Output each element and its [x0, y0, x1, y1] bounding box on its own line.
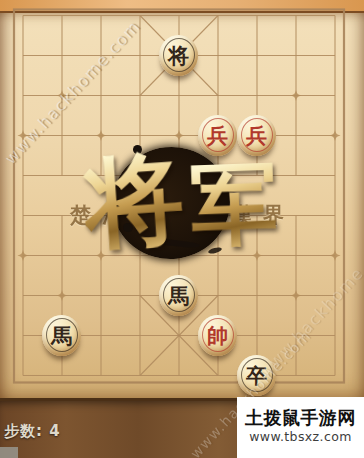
corner-chip: [0, 447, 18, 458]
site-url: www.tbsxz.com: [237, 429, 364, 444]
site-name: 土拨鼠手游网: [237, 408, 364, 429]
piece-black-将[interactable]: 将: [159, 35, 198, 76]
piece-character: 卒: [246, 365, 267, 386]
site-watermark-box: 土拨鼠手游网 www.tbsxz.com: [237, 397, 364, 458]
piece-character: 馬: [51, 325, 72, 346]
piece-red-帥[interactable]: 帥: [198, 315, 237, 356]
piece-black-馬[interactable]: 馬: [159, 275, 198, 316]
river-label-right: 漢界: [231, 201, 295, 229]
piece-black-卒[interactable]: 卒: [237, 355, 276, 396]
piece-character: 帥: [207, 325, 228, 346]
piece-character: 兵: [246, 125, 267, 146]
piece-character: 馬: [168, 285, 189, 306]
step-counter: 步数: 4: [4, 422, 61, 441]
piece-character: 兵: [207, 125, 228, 146]
river-label-left: 楚河: [70, 201, 134, 229]
game-screen: 楚河 漢界 将兵兵馬馬帥卒 将 军 www.hackhome.com www.h…: [0, 0, 364, 458]
piece-red-兵[interactable]: 兵: [237, 115, 276, 156]
piece-red-兵[interactable]: 兵: [198, 115, 237, 156]
piece-character: 将: [168, 45, 189, 66]
piece-black-馬[interactable]: 馬: [42, 315, 81, 356]
